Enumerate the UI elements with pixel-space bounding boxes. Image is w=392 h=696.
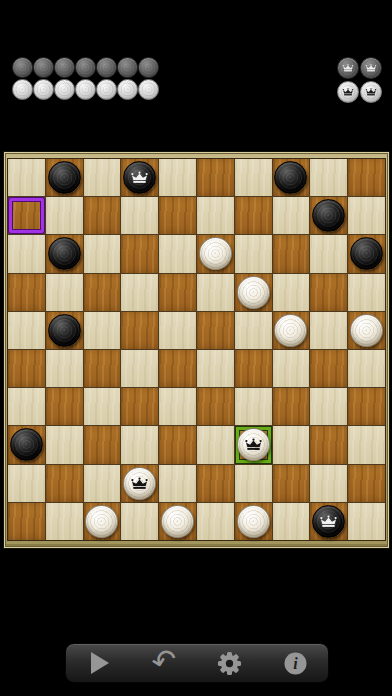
- light-square: [310, 388, 347, 425]
- light-square: [159, 388, 196, 425]
- square-16[interactable]: [8, 274, 45, 311]
- board: [7, 158, 386, 541]
- black-man-piece[interactable]: [274, 161, 307, 194]
- light-square: [273, 503, 310, 540]
- light-square: [197, 274, 234, 311]
- undo-button[interactable]: ↶: [142, 646, 186, 680]
- crown-icon: [319, 515, 338, 528]
- square-18[interactable]: [159, 274, 196, 311]
- captured-black-men-row: [12, 57, 159, 78]
- captured-black-man: [96, 57, 117, 78]
- light-square: [84, 388, 121, 425]
- square-50[interactable]: [310, 503, 347, 540]
- square-44[interactable]: [273, 465, 310, 502]
- light-square: [235, 235, 272, 272]
- black-man-piece[interactable]: [48, 161, 81, 194]
- square-22[interactable]: [121, 312, 158, 349]
- square-25[interactable]: [348, 312, 385, 349]
- square-40[interactable]: [310, 426, 347, 463]
- square-24[interactable]: [273, 312, 310, 349]
- square-11[interactable]: [46, 235, 83, 272]
- light-square: [348, 350, 385, 387]
- captured-tray-kings: [337, 57, 383, 104]
- crown-icon: [244, 438, 263, 451]
- light-square: [46, 274, 83, 311]
- light-square: [121, 426, 158, 463]
- crown-icon: [342, 88, 354, 96]
- light-square: [197, 350, 234, 387]
- square-30[interactable]: [310, 350, 347, 387]
- square-36[interactable]: [8, 426, 45, 463]
- captured-white-man: [75, 79, 96, 100]
- light-square: [310, 159, 347, 196]
- settings-button[interactable]: [208, 646, 252, 680]
- light-square: [310, 235, 347, 272]
- square-7[interactable]: [84, 197, 121, 234]
- square-35[interactable]: [348, 388, 385, 425]
- light-square: [197, 426, 234, 463]
- black-man-piece[interactable]: [48, 237, 81, 270]
- crown-icon: [130, 171, 149, 184]
- square-8[interactable]: [159, 197, 196, 234]
- light-square: [84, 312, 121, 349]
- black-king-piece[interactable]: [123, 161, 156, 194]
- captured-white-men-row: [12, 79, 159, 100]
- captured-white-man: [117, 79, 138, 100]
- white-man-piece[interactable]: [199, 237, 232, 270]
- light-square: [121, 503, 158, 540]
- board-frame: [3, 151, 390, 549]
- light-square: [273, 197, 310, 234]
- captured-white-man: [54, 79, 75, 100]
- captured-white-man: [12, 79, 33, 100]
- square-21[interactable]: [46, 312, 83, 349]
- square-9[interactable]: [235, 197, 272, 234]
- square-13[interactable]: [197, 235, 234, 272]
- square-31[interactable]: [46, 388, 83, 425]
- captured-white-man: [33, 79, 54, 100]
- light-square: [46, 197, 83, 234]
- light-square: [8, 235, 45, 272]
- square-34[interactable]: [273, 388, 310, 425]
- captured-black-man: [138, 57, 159, 78]
- light-square: [348, 426, 385, 463]
- light-square: [121, 274, 158, 311]
- square-32[interactable]: [121, 388, 158, 425]
- square-5[interactable]: [348, 159, 385, 196]
- light-square: [46, 503, 83, 540]
- square-10[interactable]: [310, 197, 347, 234]
- square-49[interactable]: [235, 503, 272, 540]
- black-man-piece[interactable]: [312, 199, 345, 232]
- captured-black-man: [75, 57, 96, 78]
- light-square: [8, 159, 45, 196]
- square-47[interactable]: [84, 503, 121, 540]
- light-square: [8, 312, 45, 349]
- white-man-piece[interactable]: [85, 505, 118, 538]
- play-button[interactable]: [77, 646, 121, 680]
- white-man-piece[interactable]: [237, 276, 270, 309]
- square-27[interactable]: [84, 350, 121, 387]
- square-28[interactable]: [159, 350, 196, 387]
- white-man-piece[interactable]: [237, 505, 270, 538]
- square-12[interactable]: [121, 235, 158, 272]
- square-29[interactable]: [235, 350, 272, 387]
- square-17[interactable]: [84, 274, 121, 311]
- light-square: [121, 350, 158, 387]
- square-46[interactable]: [8, 503, 45, 540]
- captured-black-king: [337, 57, 359, 79]
- light-square: [273, 350, 310, 387]
- captured-black-man: [54, 57, 75, 78]
- light-square: [159, 159, 196, 196]
- square-37[interactable]: [84, 426, 121, 463]
- square-42[interactable]: [121, 465, 158, 502]
- light-square: [8, 388, 45, 425]
- light-square: [84, 465, 121, 502]
- svg-text:i: i: [293, 655, 298, 672]
- light-square: [159, 465, 196, 502]
- toolbar: ↶i: [65, 643, 329, 683]
- captured-white-man: [138, 79, 159, 100]
- square-3[interactable]: [197, 159, 234, 196]
- light-square: [273, 426, 310, 463]
- square-39[interactable]: [235, 426, 272, 463]
- crown-icon: [342, 64, 354, 72]
- info-icon: i: [284, 652, 307, 675]
- light-square: [84, 159, 121, 196]
- play-icon: [87, 650, 111, 676]
- light-square: [235, 465, 272, 502]
- black-king-piece[interactable]: [312, 505, 345, 538]
- crown-icon: [130, 477, 149, 490]
- captured-black-king: [360, 57, 382, 79]
- light-square: [8, 465, 45, 502]
- captured-black-man: [117, 57, 138, 78]
- light-square: [235, 159, 272, 196]
- square-19[interactable]: [235, 274, 272, 311]
- info-button[interactable]: i: [273, 646, 317, 680]
- light-square: [310, 312, 347, 349]
- light-square: [159, 312, 196, 349]
- square-15[interactable]: [348, 235, 385, 272]
- light-square: [348, 503, 385, 540]
- light-square: [46, 426, 83, 463]
- square-41[interactable]: [46, 465, 83, 502]
- square-2[interactable]: [121, 159, 158, 196]
- light-square: [46, 350, 83, 387]
- light-square: [235, 388, 272, 425]
- captured-black-man: [33, 57, 54, 78]
- white-king-piece[interactable]: [237, 428, 270, 461]
- square-4[interactable]: [273, 159, 310, 196]
- light-square: [197, 197, 234, 234]
- light-square: [273, 274, 310, 311]
- white-man-piece[interactable]: [274, 314, 307, 347]
- captured-black-kings-row: [337, 57, 383, 80]
- square-6[interactable]: [8, 197, 45, 234]
- square-33[interactable]: [197, 388, 234, 425]
- captured-white-kings-row: [337, 81, 383, 104]
- light-square: [159, 235, 196, 272]
- black-man-piece[interactable]: [350, 237, 383, 270]
- light-square: [310, 465, 347, 502]
- square-26[interactable]: [8, 350, 45, 387]
- captured-tray-men: [12, 57, 159, 100]
- square-20[interactable]: [310, 274, 347, 311]
- square-43[interactable]: [197, 465, 234, 502]
- black-man-piece[interactable]: [48, 314, 81, 347]
- square-38[interactable]: [159, 426, 196, 463]
- white-man-piece[interactable]: [350, 314, 383, 347]
- square-14[interactable]: [273, 235, 310, 272]
- square-48[interactable]: [159, 503, 196, 540]
- light-square: [84, 235, 121, 272]
- crown-icon: [365, 64, 377, 72]
- light-square: [348, 197, 385, 234]
- gear-icon: [217, 651, 242, 676]
- white-king-piece[interactable]: [123, 467, 156, 500]
- light-square: [121, 197, 158, 234]
- light-square: [348, 274, 385, 311]
- captured-black-man: [12, 57, 33, 78]
- square-1[interactable]: [46, 159, 83, 196]
- black-man-piece[interactable]: [10, 428, 43, 461]
- light-square: [235, 312, 272, 349]
- square-45[interactable]: [348, 465, 385, 502]
- captured-white-man: [96, 79, 117, 100]
- square-23[interactable]: [197, 312, 234, 349]
- captured-white-king: [360, 81, 382, 103]
- white-man-piece[interactable]: [161, 505, 194, 538]
- light-square: [197, 503, 234, 540]
- undo-icon: ↶: [148, 644, 179, 679]
- crown-icon: [365, 88, 377, 96]
- captured-white-king: [337, 81, 359, 103]
